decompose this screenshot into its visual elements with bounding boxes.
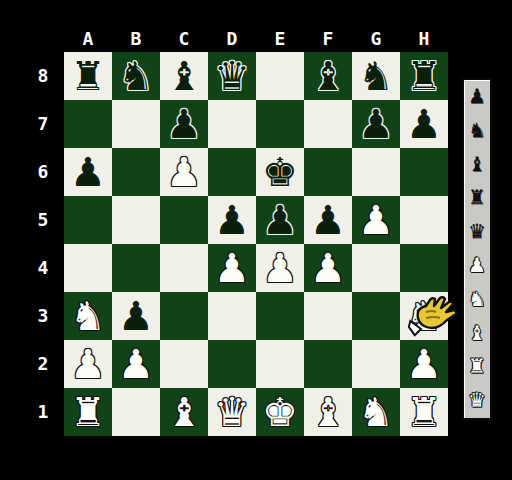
file-label-h: H — [400, 28, 448, 50]
rank-label-1: 1 — [30, 388, 56, 436]
piece-white-pawn-b2[interactable]: ♟ — [112, 340, 160, 388]
piece-black-knight-b8[interactable]: ♞ — [112, 52, 160, 100]
square-g4[interactable] — [352, 244, 400, 292]
square-g2[interactable] — [352, 340, 400, 388]
piece-black-pawn-f5[interactable]: ♟ — [304, 196, 352, 244]
piece-white-king-e1[interactable]: ♚ — [256, 388, 304, 436]
square-e6[interactable]: ♚ — [256, 148, 304, 196]
square-b4[interactable] — [112, 244, 160, 292]
file-label-b: B — [112, 28, 160, 50]
square-e4[interactable]: ♟ — [256, 244, 304, 292]
square-d1[interactable]: ♛ — [208, 388, 256, 436]
square-b5[interactable] — [112, 196, 160, 244]
square-g8[interactable]: ♞ — [352, 52, 400, 100]
piece-white-knight-h3[interactable]: ♞ — [400, 292, 448, 340]
square-h8[interactable]: ♜ — [400, 52, 448, 100]
square-d2[interactable] — [208, 340, 256, 388]
square-h7[interactable]: ♟ — [400, 100, 448, 148]
square-d4[interactable]: ♟ — [208, 244, 256, 292]
palette-black-pawn-icon[interactable]: ♟ — [464, 80, 490, 114]
square-g6[interactable] — [352, 148, 400, 196]
square-d5[interactable]: ♟ — [208, 196, 256, 244]
file-label-f: F — [304, 28, 352, 50]
rank-label-5: 5 — [30, 196, 56, 244]
file-label-d: D — [208, 28, 256, 50]
palette-black-bishop-icon[interactable]: ♝ — [464, 148, 490, 182]
square-a7[interactable] — [64, 100, 112, 148]
square-a4[interactable] — [64, 244, 112, 292]
square-f3[interactable] — [304, 292, 352, 340]
square-g1[interactable]: ♞ — [352, 388, 400, 436]
square-f7[interactable] — [304, 100, 352, 148]
piece-black-pawn-c7[interactable]: ♟ — [160, 100, 208, 148]
square-a1[interactable]: ♜ — [64, 388, 112, 436]
piece-white-pawn-c6[interactable]: ♟ — [160, 148, 208, 196]
rank-label-8: 8 — [30, 52, 56, 100]
palette-white-queen-icon[interactable]: ♛ — [464, 384, 490, 418]
piece-black-rook-h8[interactable]: ♜ — [400, 52, 448, 100]
game-screen: ABCDEFGH 87654321 ♜♞♝♛♝♞♜♟♟♟♟♟♚♟♟♟♟♟♟♟♞♟… — [0, 0, 512, 480]
square-b2[interactable]: ♟ — [112, 340, 160, 388]
square-e1[interactable]: ♚ — [256, 388, 304, 436]
piece-white-pawn-a2[interactable]: ♟ — [64, 340, 112, 388]
square-e2[interactable] — [256, 340, 304, 388]
chess-board: ♜♞♝♛♝♞♜♟♟♟♟♟♚♟♟♟♟♟♟♟♞♟♞♟♟♟♜♝♛♚♝♞♜ — [64, 52, 448, 436]
palette-black-rook-icon[interactable]: ♜ — [464, 181, 490, 215]
piece-black-pawn-a6[interactable]: ♟ — [64, 148, 112, 196]
square-g7[interactable]: ♟ — [352, 100, 400, 148]
piece-white-pawn-e4[interactable]: ♟ — [256, 244, 304, 292]
square-f5[interactable]: ♟ — [304, 196, 352, 244]
square-h6[interactable] — [400, 148, 448, 196]
square-e5[interactable]: ♟ — [256, 196, 304, 244]
square-b1[interactable] — [112, 388, 160, 436]
square-c2[interactable] — [160, 340, 208, 388]
file-label-a: A — [64, 28, 112, 50]
rank-label-3: 3 — [30, 292, 56, 340]
piece-white-pawn-h2[interactable]: ♟ — [400, 340, 448, 388]
square-e8[interactable] — [256, 52, 304, 100]
piece-black-knight-g8[interactable]: ♞ — [352, 52, 400, 100]
piece-black-pawn-g7[interactable]: ♟ — [352, 100, 400, 148]
square-c4[interactable] — [160, 244, 208, 292]
piece-palette: ♟♞♝♜♛♟♞♝♜♛ — [462, 78, 492, 420]
piece-white-pawn-d4[interactable]: ♟ — [208, 244, 256, 292]
square-a3[interactable]: ♞ — [64, 292, 112, 340]
square-f4[interactable]: ♟ — [304, 244, 352, 292]
piece-black-pawn-d5[interactable]: ♟ — [208, 196, 256, 244]
rank-label-6: 6 — [30, 148, 56, 196]
palette-black-queen-icon[interactable]: ♛ — [464, 215, 490, 249]
square-b8[interactable]: ♞ — [112, 52, 160, 100]
square-d3[interactable] — [208, 292, 256, 340]
square-d8[interactable]: ♛ — [208, 52, 256, 100]
palette-white-pawn-icon[interactable]: ♟ — [464, 249, 490, 283]
piece-black-bishop-c8[interactable]: ♝ — [160, 52, 208, 100]
piece-black-pawn-b3[interactable]: ♟ — [112, 292, 160, 340]
square-c5[interactable] — [160, 196, 208, 244]
square-h5[interactable] — [400, 196, 448, 244]
palette-white-knight-icon[interactable]: ♞ — [464, 283, 490, 317]
rank-label-4: 4 — [30, 244, 56, 292]
piece-white-queen-d1[interactable]: ♛ — [208, 388, 256, 436]
rank-label-7: 7 — [30, 100, 56, 148]
square-f1[interactable]: ♝ — [304, 388, 352, 436]
piece-white-pawn-g5[interactable]: ♟ — [352, 196, 400, 244]
square-g5[interactable]: ♟ — [352, 196, 400, 244]
piece-black-pawn-e5[interactable]: ♟ — [256, 196, 304, 244]
file-label-g: G — [352, 28, 400, 50]
piece-black-pawn-h7[interactable]: ♟ — [400, 100, 448, 148]
square-c3[interactable] — [160, 292, 208, 340]
square-b6[interactable] — [112, 148, 160, 196]
square-d6[interactable] — [208, 148, 256, 196]
square-h3[interactable]: ♞ — [400, 292, 448, 340]
square-c7[interactable]: ♟ — [160, 100, 208, 148]
piece-white-knight-a3[interactable]: ♞ — [64, 292, 112, 340]
square-d7[interactable] — [208, 100, 256, 148]
palette-black-knight-icon[interactable]: ♞ — [464, 114, 490, 148]
square-a2[interactable]: ♟ — [64, 340, 112, 388]
square-c6[interactable]: ♟ — [160, 148, 208, 196]
rank-labels: 87654321 — [30, 52, 56, 436]
rank-label-2: 2 — [30, 340, 56, 388]
piece-white-rook-h1[interactable]: ♜ — [400, 388, 448, 436]
palette-white-rook-icon[interactable]: ♜ — [464, 350, 490, 384]
square-b7[interactable] — [112, 100, 160, 148]
piece-white-rook-a1[interactable]: ♜ — [64, 388, 112, 436]
file-label-e: E — [256, 28, 304, 50]
piece-white-pawn-f4[interactable]: ♟ — [304, 244, 352, 292]
file-label-c: C — [160, 28, 208, 50]
piece-white-bishop-f1[interactable]: ♝ — [304, 388, 352, 436]
square-a8[interactable]: ♜ — [64, 52, 112, 100]
piece-black-king-e6[interactable]: ♚ — [256, 148, 304, 196]
square-f8[interactable]: ♝ — [304, 52, 352, 100]
square-a6[interactable]: ♟ — [64, 148, 112, 196]
square-c1[interactable]: ♝ — [160, 388, 208, 436]
square-a5[interactable] — [64, 196, 112, 244]
piece-white-bishop-c1[interactable]: ♝ — [160, 388, 208, 436]
square-f2[interactable] — [304, 340, 352, 388]
square-e7[interactable] — [256, 100, 304, 148]
square-h1[interactable]: ♜ — [400, 388, 448, 436]
square-b3[interactable]: ♟ — [112, 292, 160, 340]
square-h2[interactable]: ♟ — [400, 340, 448, 388]
piece-black-queen-d8[interactable]: ♛ — [208, 52, 256, 100]
square-h4[interactable] — [400, 244, 448, 292]
square-e3[interactable] — [256, 292, 304, 340]
piece-white-knight-g1[interactable]: ♞ — [352, 388, 400, 436]
piece-black-rook-a8[interactable]: ♜ — [64, 52, 112, 100]
square-f6[interactable] — [304, 148, 352, 196]
file-labels: ABCDEFGH — [64, 28, 448, 50]
square-g3[interactable] — [352, 292, 400, 340]
square-c8[interactable]: ♝ — [160, 52, 208, 100]
palette-white-bishop-icon[interactable]: ♝ — [464, 317, 490, 351]
piece-black-bishop-f8[interactable]: ♝ — [304, 52, 352, 100]
